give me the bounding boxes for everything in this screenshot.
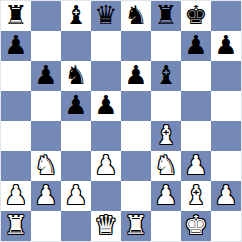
square-f3[interactable]: ♞	[151, 151, 181, 181]
piece-white-pawn[interactable]: ♟	[64, 181, 87, 210]
piece-black-pawn[interactable]: ♟	[34, 61, 57, 90]
square-h7[interactable]: ♟	[211, 31, 241, 61]
piece-white-pawn[interactable]: ♟	[4, 181, 27, 210]
square-e5[interactable]	[121, 91, 151, 121]
square-b2[interactable]: ♟	[31, 181, 61, 211]
piece-black-bishop[interactable]: ♝	[64, 1, 87, 30]
square-e6[interactable]: ♟	[121, 61, 151, 91]
square-d3[interactable]: ♟	[91, 151, 121, 181]
square-d7[interactable]	[91, 31, 121, 61]
square-c6[interactable]: ♞	[61, 61, 91, 91]
piece-white-pawn[interactable]: ♟	[34, 181, 57, 210]
square-g5[interactable]	[181, 91, 211, 121]
square-f2[interactable]: ♟	[151, 181, 181, 211]
piece-black-pawn[interactable]: ♟	[64, 91, 87, 120]
square-d5[interactable]: ♟	[91, 91, 121, 121]
piece-black-knight[interactable]: ♞	[124, 1, 147, 30]
square-c1[interactable]	[61, 211, 91, 241]
piece-white-pawn[interactable]: ♟	[184, 151, 207, 180]
square-a6[interactable]	[1, 61, 31, 91]
square-b7[interactable]	[31, 31, 61, 61]
piece-black-pawn[interactable]: ♟	[94, 91, 117, 120]
square-b3[interactable]: ♞	[31, 151, 61, 181]
square-c3[interactable]	[61, 151, 91, 181]
square-d4[interactable]	[91, 121, 121, 151]
square-e8[interactable]: ♞	[121, 1, 151, 31]
square-c7[interactable]	[61, 31, 91, 61]
square-a1[interactable]: ♜	[1, 211, 31, 241]
piece-white-bishop[interactable]: ♝	[154, 121, 177, 150]
chess-board: ♜♝♛♞♜♚♟♟♟♟♞♟♝♟♟♝♞♟♞♟♟♟♟♟♝♟♜♛♜♚	[0, 0, 242, 242]
square-d1[interactable]: ♛	[91, 211, 121, 241]
square-b4[interactable]	[31, 121, 61, 151]
square-h5[interactable]	[211, 91, 241, 121]
square-h6[interactable]	[211, 61, 241, 91]
square-d6[interactable]	[91, 61, 121, 91]
square-a4[interactable]	[1, 121, 31, 151]
square-c4[interactable]	[61, 121, 91, 151]
square-a5[interactable]	[1, 91, 31, 121]
piece-white-rook[interactable]: ♜	[124, 211, 147, 240]
square-c5[interactable]: ♟	[61, 91, 91, 121]
square-f8[interactable]: ♜	[151, 1, 181, 31]
square-g2[interactable]: ♝	[181, 181, 211, 211]
square-f7[interactable]	[151, 31, 181, 61]
piece-black-rook[interactable]: ♜	[4, 1, 27, 30]
square-g4[interactable]	[181, 121, 211, 151]
square-d2[interactable]	[91, 181, 121, 211]
square-e2[interactable]	[121, 181, 151, 211]
piece-white-knight[interactable]: ♞	[154, 151, 177, 180]
square-f4[interactable]: ♝	[151, 121, 181, 151]
square-a7[interactable]: ♟	[1, 31, 31, 61]
square-h4[interactable]	[211, 121, 241, 151]
square-a8[interactable]: ♜	[1, 1, 31, 31]
piece-black-pawn[interactable]: ♟	[184, 31, 207, 60]
piece-white-bishop[interactable]: ♝	[184, 181, 207, 210]
square-h1[interactable]	[211, 211, 241, 241]
square-g7[interactable]: ♟	[181, 31, 211, 61]
piece-white-queen[interactable]: ♛	[94, 211, 117, 240]
piece-white-rook[interactable]: ♜	[4, 211, 27, 240]
square-g8[interactable]: ♚	[181, 1, 211, 31]
piece-black-pawn[interactable]: ♟	[124, 61, 147, 90]
piece-white-knight[interactable]: ♞	[34, 151, 57, 180]
square-f6[interactable]: ♝	[151, 61, 181, 91]
square-h3[interactable]	[211, 151, 241, 181]
square-g6[interactable]	[181, 61, 211, 91]
square-b5[interactable]	[31, 91, 61, 121]
square-e7[interactable]	[121, 31, 151, 61]
piece-black-knight[interactable]: ♞	[64, 61, 87, 90]
piece-white-pawn[interactable]: ♟	[214, 181, 237, 210]
piece-black-pawn[interactable]: ♟	[214, 31, 237, 60]
piece-white-pawn[interactable]: ♟	[154, 181, 177, 210]
square-a2[interactable]: ♟	[1, 181, 31, 211]
square-g3[interactable]: ♟	[181, 151, 211, 181]
square-g1[interactable]: ♚	[181, 211, 211, 241]
square-b6[interactable]: ♟	[31, 61, 61, 91]
piece-black-queen[interactable]: ♛	[94, 1, 117, 30]
square-b8[interactable]	[31, 1, 61, 31]
piece-black-bishop[interactable]: ♝	[154, 61, 177, 90]
square-d8[interactable]: ♛	[91, 1, 121, 31]
piece-black-rook[interactable]: ♜	[154, 1, 177, 30]
piece-black-king[interactable]: ♚	[184, 1, 207, 30]
square-f1[interactable]	[151, 211, 181, 241]
square-h2[interactable]: ♟	[211, 181, 241, 211]
square-a3[interactable]	[1, 151, 31, 181]
square-e3[interactable]	[121, 151, 151, 181]
square-e4[interactable]	[121, 121, 151, 151]
square-f5[interactable]	[151, 91, 181, 121]
piece-white-king[interactable]: ♚	[184, 211, 207, 240]
square-b1[interactable]	[31, 211, 61, 241]
square-e1[interactable]: ♜	[121, 211, 151, 241]
square-h8[interactable]	[211, 1, 241, 31]
piece-black-pawn[interactable]: ♟	[4, 31, 27, 60]
square-c8[interactable]: ♝	[61, 1, 91, 31]
piece-white-pawn[interactable]: ♟	[94, 151, 117, 180]
square-c2[interactable]: ♟	[61, 181, 91, 211]
